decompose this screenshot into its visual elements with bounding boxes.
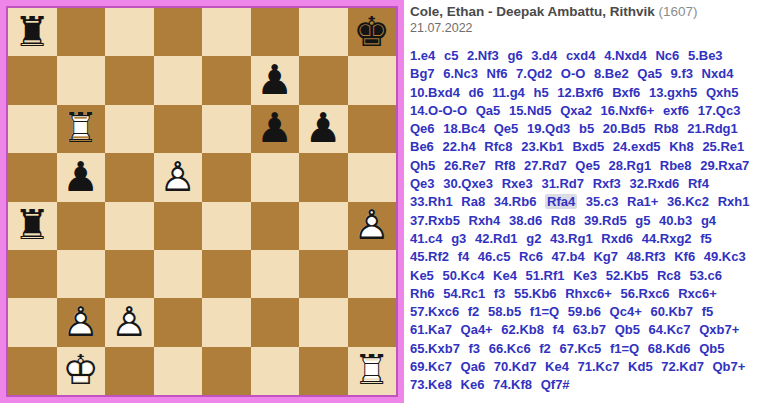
move-token[interactable]: Bxf6: [612, 85, 640, 100]
square-d6[interactable]: [154, 105, 203, 153]
move-token[interactable]: 18.Bc4: [443, 121, 485, 136]
move-token[interactable]: 31.Rd7: [541, 176, 584, 191]
move-token[interactable]: f1=Q: [530, 304, 559, 319]
square-g6[interactable]: ♟: [299, 105, 348, 153]
square-d5[interactable]: ♟♙: [154, 153, 203, 201]
move-token[interactable]: 7.Qd2: [516, 66, 552, 81]
move-token[interactable]: 22.h4: [442, 139, 475, 154]
move-token[interactable]: 35.c3: [586, 194, 619, 209]
piece-black-king: ♚: [353, 12, 390, 53]
move-token[interactable]: 38.d6: [509, 213, 542, 228]
square-g5[interactable]: [299, 153, 348, 201]
piece-black-rook: ♜: [14, 205, 51, 246]
move-token-selected[interactable]: Rfa4: [545, 194, 577, 209]
square-f7[interactable]: ♟: [251, 56, 300, 104]
square-g2[interactable]: [299, 298, 348, 346]
move-token[interactable]: 43.Rg1: [550, 231, 593, 246]
move-token[interactable]: f3: [494, 286, 506, 301]
move-token[interactable]: Rf8: [494, 158, 515, 173]
square-h3[interactable]: [348, 250, 397, 298]
square-e3[interactable]: [202, 250, 251, 298]
piece-white-pawn: ♟♙: [111, 302, 148, 343]
move-token[interactable]: Ra1+: [627, 194, 658, 209]
square-g3[interactable]: [299, 250, 348, 298]
move-token[interactable]: 44.Rxg2: [642, 231, 692, 246]
move-token[interactable]: 15.Nd5: [509, 103, 552, 118]
piece-black-pawn: ♟: [62, 157, 99, 198]
move-token[interactable]: Qe3: [410, 176, 435, 191]
square-e7[interactable]: [202, 56, 251, 104]
move-token[interactable]: Qa5: [637, 66, 662, 81]
game-viewer: ♜♚♟♜♖♟♟♟♟♙♜♟♙♟♙♟♙♚♔♜♖ Cole, Ethan - Deep…: [0, 0, 768, 403]
move-token[interactable]: 66.Kc6: [489, 341, 531, 356]
move-token[interactable]: Qxh5: [706, 85, 739, 100]
move-token[interactable]: 10.Bxd4: [410, 85, 460, 100]
move-token[interactable]: Bg7: [410, 66, 435, 81]
move-token[interactable]: g3: [451, 231, 466, 246]
move-token[interactable]: 24.exd5: [613, 139, 661, 154]
square-f8[interactable]: [251, 8, 300, 56]
square-d8[interactable]: [154, 8, 203, 56]
move-token[interactable]: Rhxc6+: [565, 286, 612, 301]
move-token[interactable]: 25.Re1: [702, 139, 744, 154]
move-token[interactable]: Rbe8: [660, 158, 692, 173]
move-token[interactable]: Rxd6: [601, 231, 633, 246]
move-token[interactable]: 37.Rxb5: [410, 213, 460, 228]
move-token[interactable]: 57.Kxc6: [410, 304, 459, 319]
move-token[interactable]: 23.Kb1: [521, 139, 564, 154]
move-token[interactable]: 59.b6: [568, 304, 601, 319]
square-a3[interactable]: [8, 250, 57, 298]
move-token[interactable]: g4: [701, 213, 716, 228]
move-token[interactable]: 61.Ka7: [410, 322, 452, 337]
move-token[interactable]: Qxb7+: [699, 322, 739, 337]
square-a8[interactable]: ♜: [8, 8, 57, 56]
move-token[interactable]: 71.Kc7: [578, 359, 620, 374]
move-token[interactable]: 67.Kc5: [559, 341, 601, 356]
move-token[interactable]: h5: [533, 85, 548, 100]
move-token[interactable]: Rxc6+: [678, 286, 717, 301]
move-token[interactable]: Ke3: [573, 268, 597, 283]
move-token[interactable]: 56.Rxc6: [620, 286, 669, 301]
move-token[interactable]: 62.Kb8: [501, 322, 544, 337]
move-token[interactable]: Bxd5: [572, 139, 604, 154]
square-h5[interactable]: [348, 153, 397, 201]
move-token[interactable]: 72.Kd7: [661, 359, 704, 374]
move-token[interactable]: Kh8: [669, 139, 694, 154]
move-token[interactable]: Kg7: [593, 249, 618, 264]
move-token[interactable]: 16.Nxf6+: [601, 103, 655, 118]
chess-board-grid: ♜♚♟♜♖♟♟♟♟♙♜♟♙♟♙♟♙♚♔♜♖: [8, 8, 396, 395]
move-token[interactable]: Qa4+: [461, 322, 493, 337]
square-b6[interactable]: ♜♖: [57, 105, 106, 153]
square-e1[interactable]: [202, 347, 251, 395]
move-token[interactable]: Nc6: [655, 48, 679, 63]
move-token[interactable]: Qb5: [615, 322, 640, 337]
piece-black-pawn: ♟: [256, 108, 293, 149]
move-token[interactable]: g5: [635, 213, 650, 228]
move-token[interactable]: Qb7+: [713, 359, 746, 374]
move-token[interactable]: 45.Rf2: [410, 249, 449, 264]
move-token[interactable]: 27.Rd7: [524, 158, 567, 173]
move-token[interactable]: 50.Kc4: [442, 268, 484, 283]
move-token[interactable]: 1.e4: [410, 48, 435, 63]
move-token[interactable]: Kd5: [628, 359, 653, 374]
move-token[interactable]: Qa5: [476, 103, 501, 118]
square-e4[interactable]: [202, 202, 251, 250]
move-token[interactable]: 8.Be2: [594, 66, 629, 81]
square-b4[interactable]: [57, 202, 106, 250]
move-token[interactable]: f1=Q: [610, 341, 639, 356]
move-token[interactable]: 63.b7: [573, 322, 606, 337]
piece-white-pawn: ♟♙: [353, 205, 390, 246]
player-names: Cole, Ethan - Deepak Ambattu, Rithvik: [410, 4, 655, 19]
piece-black-pawn: ♟: [305, 108, 342, 149]
move-token[interactable]: Rxe3: [502, 176, 533, 191]
move-list: 1.e4 c5 2.Nf3 g6 3.d4 cxd4 4.Nxd4 Nc6 5.…: [410, 47, 760, 395]
square-c3[interactable]: [105, 250, 154, 298]
square-f2[interactable]: [251, 298, 300, 346]
square-e2[interactable]: [202, 298, 251, 346]
move-token[interactable]: 39.Rd5: [584, 213, 627, 228]
square-f1[interactable]: [251, 347, 300, 395]
move-token[interactable]: 55.Kb6: [514, 286, 557, 301]
move-token[interactable]: Qh5: [410, 158, 435, 173]
move-token[interactable]: 2.Nf3: [467, 48, 499, 63]
move-token[interactable]: f4: [553, 322, 565, 337]
square-c5[interactable]: [105, 153, 154, 201]
square-c1[interactable]: [105, 347, 154, 395]
move-token[interactable]: 9.f3: [671, 66, 693, 81]
move-token[interactable]: 34.Rb6: [494, 194, 537, 209]
move-token[interactable]: Ra8: [461, 194, 485, 209]
player-rating: (1607): [659, 4, 698, 19]
square-h4[interactable]: ♟♙: [348, 202, 397, 250]
move-token[interactable]: d6: [469, 85, 484, 100]
square-h6[interactable]: [348, 105, 397, 153]
move-token[interactable]: Rc6: [519, 249, 543, 264]
move-token[interactable]: 64.Kc7: [649, 322, 691, 337]
move-token[interactable]: 51.Rf1: [526, 268, 565, 283]
move-token[interactable]: 36.Kc2: [667, 194, 709, 209]
move-token[interactable]: 70.Kd7: [494, 359, 537, 374]
square-e8[interactable]: [202, 8, 251, 56]
piece-white-rook: ♜♖: [353, 350, 390, 391]
square-b3[interactable]: [57, 250, 106, 298]
square-h8[interactable]: ♚: [348, 8, 397, 56]
square-a4[interactable]: ♜: [8, 202, 57, 250]
move-token[interactable]: 4.Nxd4: [604, 48, 647, 63]
move-token[interactable]: Ke6: [461, 377, 485, 392]
square-g8[interactable]: [299, 8, 348, 56]
square-g4[interactable]: [299, 202, 348, 250]
move-token[interactable]: 6.Nc3: [443, 66, 478, 81]
move-token[interactable]: c5: [444, 48, 458, 63]
square-d3[interactable]: [154, 250, 203, 298]
move-token[interactable]: 19.Qd3: [527, 121, 570, 136]
square-b7[interactable]: [57, 56, 106, 104]
move-token[interactable]: 47.b4: [552, 249, 585, 264]
piece-black-pawn: ♟: [256, 60, 293, 101]
move-token[interactable]: 28.Rg1: [609, 158, 652, 173]
board-frame: ♜♚♟♜♖♟♟♟♟♙♜♟♙♟♙♟♙♚♔♜♖: [6, 6, 398, 397]
move-token[interactable]: Qa6: [461, 359, 486, 374]
move-token[interactable]: Nxd4: [702, 66, 734, 81]
move-token[interactable]: 40.b3: [659, 213, 692, 228]
move-token[interactable]: 12.Bxf6: [557, 85, 603, 100]
square-d7[interactable]: [154, 56, 203, 104]
move-token[interactable]: Rfc8: [484, 139, 512, 154]
move-token[interactable]: 46.c5: [478, 249, 511, 264]
chess-board: ♜♚♟♜♖♟♟♟♟♙♜♟♙♟♙♟♙♚♔♜♖: [0, 0, 404, 403]
move-token[interactable]: Qe5: [575, 158, 600, 173]
square-a1[interactable]: [8, 347, 57, 395]
move-token[interactable]: 29.Rxa7: [700, 158, 749, 173]
move-token[interactable]: 5.Be3: [688, 48, 723, 63]
piece-white-pawn: ♟♙: [62, 302, 99, 343]
move-token[interactable]: Rb8: [654, 121, 679, 136]
move-token[interactable]: O-O: [561, 66, 586, 81]
move-token[interactable]: Kf6: [674, 249, 695, 264]
move-token[interactable]: Qxa2: [560, 103, 592, 118]
square-c7[interactable]: [105, 56, 154, 104]
move-token[interactable]: 20.Bd5: [603, 121, 646, 136]
square-h7[interactable]: [348, 56, 397, 104]
move-token[interactable]: 14.O-O-O: [410, 103, 467, 118]
move-token[interactable]: b5: [579, 121, 594, 136]
square-f3[interactable]: [251, 250, 300, 298]
move-token[interactable]: 13.gxh5: [649, 85, 697, 100]
move-token[interactable]: Qe5: [494, 121, 519, 136]
square-d4[interactable]: [154, 202, 203, 250]
piece-white-king: ♚♔: [62, 350, 99, 391]
square-f5[interactable]: [251, 153, 300, 201]
move-token[interactable]: 52.Kb5: [606, 268, 649, 283]
square-h2[interactable]: [348, 298, 397, 346]
move-token[interactable]: Rf4: [688, 176, 709, 191]
square-g1[interactable]: [299, 347, 348, 395]
move-token[interactable]: 49.Kc3: [704, 249, 746, 264]
move-token[interactable]: 73.Ke8: [410, 377, 452, 392]
move-token[interactable]: 58.b5: [488, 304, 521, 319]
piece-white-rook: ♜♖: [62, 108, 99, 149]
move-token[interactable]: g2: [526, 231, 541, 246]
move-token[interactable]: 30.Qxe3: [443, 176, 493, 191]
move-token[interactable]: f2: [539, 341, 551, 356]
move-token[interactable]: 69.Kc7: [410, 359, 452, 374]
move-token[interactable]: 3.d4: [531, 48, 557, 63]
move-token[interactable]: 65.Kxb7: [410, 341, 460, 356]
move-token[interactable]: f5: [700, 231, 712, 246]
move-token[interactable]: cxd4: [566, 48, 596, 63]
move-token[interactable]: Rxh4: [469, 213, 501, 228]
square-a2[interactable]: [8, 298, 57, 346]
piece-white-pawn: ♟♙: [159, 157, 196, 198]
piece-black-rook: ♜: [14, 12, 51, 53]
game-title: Cole, Ethan - Deepak Ambattu, Rithvik (1…: [410, 3, 760, 20]
square-a7[interactable]: [8, 56, 57, 104]
move-token[interactable]: 41.c4: [410, 231, 443, 246]
move-token[interactable]: 11.g4: [492, 85, 525, 100]
game-date: 21.07.2022: [410, 20, 760, 36]
move-token[interactable]: 21.Rdg1: [687, 121, 738, 136]
square-e6[interactable]: [202, 105, 251, 153]
move-token[interactable]: f5: [702, 304, 714, 319]
move-token[interactable]: 48.Rf3: [627, 249, 666, 264]
move-token[interactable]: 53.c6: [689, 268, 722, 283]
move-token[interactable]: Ke5: [410, 268, 434, 283]
move-token[interactable]: exf6: [663, 103, 689, 118]
move-token[interactable]: 32.Rxd6: [629, 176, 679, 191]
move-token[interactable]: Qb5: [699, 341, 724, 356]
move-token[interactable]: 33.Rh1: [410, 194, 453, 209]
move-token[interactable]: 74.Kf8: [493, 377, 532, 392]
move-token[interactable]: Qf7#: [541, 377, 570, 392]
square-f6[interactable]: ♟: [251, 105, 300, 153]
square-e5[interactable]: [202, 153, 251, 201]
square-b2[interactable]: ♟♙: [57, 298, 106, 346]
move-token[interactable]: 68.Kd6: [648, 341, 691, 356]
move-token[interactable]: Nf6: [487, 66, 508, 81]
move-token[interactable]: Be6: [410, 139, 434, 154]
square-d2[interactable]: [154, 298, 203, 346]
square-h1[interactable]: ♜♖: [348, 347, 397, 395]
move-token[interactable]: Rxh1: [718, 194, 750, 209]
move-token[interactable]: Ke4: [493, 268, 517, 283]
move-token[interactable]: Rxf3: [593, 176, 621, 191]
move-token[interactable]: 60.Kb7: [650, 304, 693, 319]
move-token[interactable]: f3: [469, 341, 481, 356]
square-c6[interactable]: [105, 105, 154, 153]
game-info-panel: Cole, Ethan - Deepak Ambattu, Rithvik (1…: [404, 0, 768, 403]
square-b5[interactable]: ♟: [57, 153, 106, 201]
square-d1[interactable]: [154, 347, 203, 395]
square-b8[interactable]: [57, 8, 106, 56]
square-b1[interactable]: ♚♔: [57, 347, 106, 395]
move-token[interactable]: 26.Re7: [444, 158, 486, 173]
move-token[interactable]: Qc4+: [610, 304, 642, 319]
move-token[interactable]: Rc8: [657, 268, 681, 283]
move-token[interactable]: Rh6: [410, 286, 435, 301]
square-f4[interactable]: [251, 202, 300, 250]
square-c2[interactable]: ♟♙: [105, 298, 154, 346]
move-token[interactable]: f4: [458, 249, 470, 264]
square-g7[interactable]: [299, 56, 348, 104]
square-c4[interactable]: [105, 202, 154, 250]
move-token[interactable]: 42.Rd1: [475, 231, 518, 246]
square-c8[interactable]: [105, 8, 154, 56]
move-token[interactable]: Rd8: [551, 213, 576, 228]
move-token[interactable]: Qe6: [410, 121, 435, 136]
move-token[interactable]: Ke4: [545, 359, 569, 374]
move-token[interactable]: 17.Qc3: [698, 103, 741, 118]
move-token[interactable]: f2: [468, 304, 480, 319]
square-a6[interactable]: [8, 105, 57, 153]
move-token[interactable]: g6: [507, 48, 522, 63]
move-token[interactable]: 54.Rc1: [443, 286, 485, 301]
square-a5[interactable]: [8, 153, 57, 201]
